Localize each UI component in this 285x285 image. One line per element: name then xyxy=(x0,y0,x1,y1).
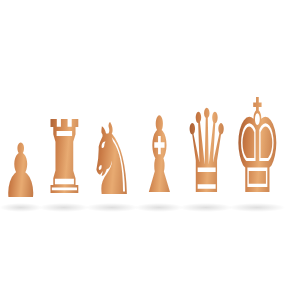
knight-glyph: ♞ xyxy=(88,116,136,205)
queen-shadow xyxy=(179,203,233,212)
king-shadow xyxy=(228,203,285,212)
chess-piece-knight: ♞ xyxy=(87,156,136,206)
chess-piece-king: ♚ xyxy=(231,152,284,205)
piece-lineup: ♟ ♜ ♞ ♝ ♛ ♚ xyxy=(0,152,285,205)
knight-shadow xyxy=(85,203,139,212)
rook-shadow xyxy=(38,203,89,212)
king-glyph: ♚ xyxy=(233,88,282,205)
product-photo-stage: ♟ ♜ ♞ ♝ ♛ ♚ xyxy=(0,0,285,285)
chess-piece-pawn: ♟ xyxy=(1,165,40,205)
bishop-shadow xyxy=(134,203,183,212)
queen-glyph: ♛ xyxy=(183,101,228,205)
bishop-glyph: ♝ xyxy=(139,111,179,205)
chess-piece-bishop: ♝ xyxy=(137,160,182,205)
chess-piece-rook: ♜ xyxy=(41,158,88,205)
rook-glyph: ♜ xyxy=(42,114,86,205)
chess-piece-queen: ♛ xyxy=(182,156,231,206)
pawn-glyph: ♟ xyxy=(2,138,39,205)
